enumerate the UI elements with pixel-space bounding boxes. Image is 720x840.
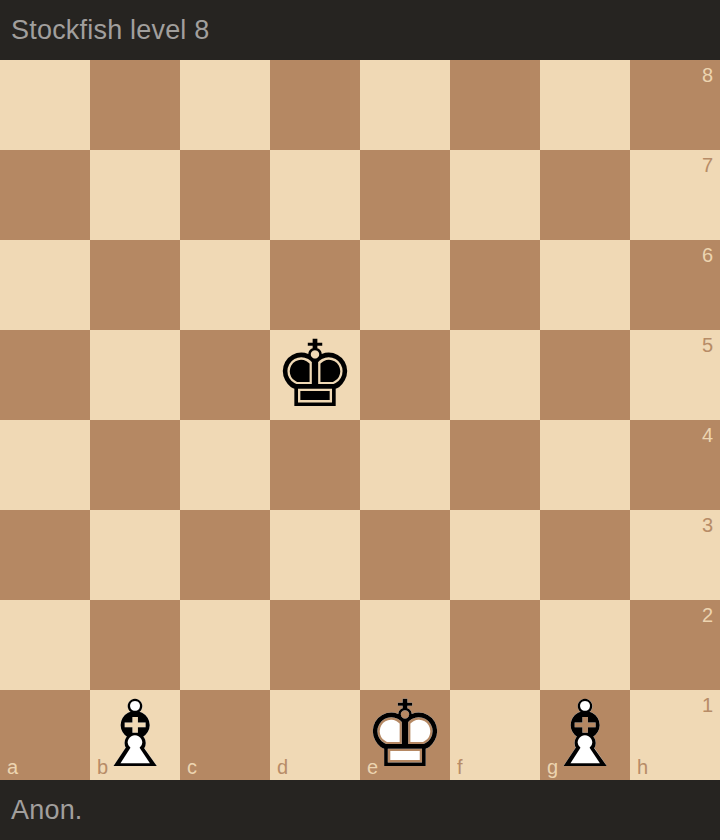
square-b6[interactable]	[90, 240, 180, 330]
square-a2[interactable]	[0, 600, 90, 690]
square-e5[interactable]	[360, 330, 450, 420]
square-d4[interactable]	[270, 420, 360, 510]
square-b2[interactable]	[90, 600, 180, 690]
square-c7[interactable]	[180, 150, 270, 240]
square-d1[interactable]	[270, 690, 360, 780]
square-a4[interactable]	[0, 420, 90, 510]
square-e6[interactable]	[360, 240, 450, 330]
opponent-name: Stockfish level 8	[11, 17, 210, 44]
square-d8[interactable]	[270, 60, 360, 150]
white-bishop-glyph: ♗	[540, 690, 630, 780]
square-f5[interactable]	[450, 330, 540, 420]
square-a5[interactable]	[0, 330, 90, 420]
white-bishop-glyph: ♗	[90, 690, 180, 780]
square-g7[interactable]	[540, 150, 630, 240]
square-e3[interactable]	[360, 510, 450, 600]
square-h6[interactable]	[630, 240, 720, 330]
white-king-glyph: ♔	[360, 690, 450, 780]
square-b8[interactable]	[90, 60, 180, 150]
square-g4[interactable]	[540, 420, 630, 510]
square-e1[interactable]: ♚♔	[360, 690, 450, 780]
square-b3[interactable]	[90, 510, 180, 600]
square-g1[interactable]: ♝♗	[540, 690, 630, 780]
square-f1[interactable]	[450, 690, 540, 780]
square-e4[interactable]	[360, 420, 450, 510]
square-h1[interactable]	[630, 690, 720, 780]
square-a1[interactable]	[0, 690, 90, 780]
white-king[interactable]: ♚♔	[360, 690, 450, 780]
square-c1[interactable]	[180, 690, 270, 780]
square-g5[interactable]	[540, 330, 630, 420]
player-name: Anon.	[11, 797, 83, 824]
square-h4[interactable]	[630, 420, 720, 510]
square-f3[interactable]	[450, 510, 540, 600]
square-b5[interactable]	[90, 330, 180, 420]
square-a8[interactable]	[0, 60, 90, 150]
square-a6[interactable]	[0, 240, 90, 330]
square-b4[interactable]	[90, 420, 180, 510]
white-bishop[interactable]: ♝♗	[540, 690, 630, 780]
square-c8[interactable]	[180, 60, 270, 150]
square-b7[interactable]	[90, 150, 180, 240]
player-bar: Anon.	[0, 780, 720, 840]
square-g6[interactable]	[540, 240, 630, 330]
square-d7[interactable]	[270, 150, 360, 240]
square-h8[interactable]	[630, 60, 720, 150]
square-a3[interactable]	[0, 510, 90, 600]
square-c2[interactable]	[180, 600, 270, 690]
square-f2[interactable]	[450, 600, 540, 690]
square-f8[interactable]	[450, 60, 540, 150]
white-bishop[interactable]: ♝♗	[90, 690, 180, 780]
square-c3[interactable]	[180, 510, 270, 600]
square-e8[interactable]	[360, 60, 450, 150]
square-d6[interactable]	[270, 240, 360, 330]
square-h5[interactable]	[630, 330, 720, 420]
square-h3[interactable]	[630, 510, 720, 600]
square-f4[interactable]	[450, 420, 540, 510]
chess-board[interactable]: ♚♝♗♚♔♝♗abcdefgh87654321	[0, 60, 720, 780]
square-d3[interactable]	[270, 510, 360, 600]
square-c6[interactable]	[180, 240, 270, 330]
square-a7[interactable]	[0, 150, 90, 240]
square-c4[interactable]	[180, 420, 270, 510]
opponent-bar: Stockfish level 8	[0, 0, 720, 60]
black-king[interactable]: ♚	[270, 330, 360, 420]
square-h7[interactable]	[630, 150, 720, 240]
square-f7[interactable]	[450, 150, 540, 240]
black-king-glyph: ♚	[270, 330, 360, 420]
square-d5[interactable]: ♚	[270, 330, 360, 420]
square-c5[interactable]	[180, 330, 270, 420]
square-g3[interactable]	[540, 510, 630, 600]
square-e2[interactable]	[360, 600, 450, 690]
square-f6[interactable]	[450, 240, 540, 330]
square-d2[interactable]	[270, 600, 360, 690]
square-b1[interactable]: ♝♗	[90, 690, 180, 780]
square-h2[interactable]	[630, 600, 720, 690]
square-e7[interactable]	[360, 150, 450, 240]
square-g2[interactable]	[540, 600, 630, 690]
square-g8[interactable]	[540, 60, 630, 150]
